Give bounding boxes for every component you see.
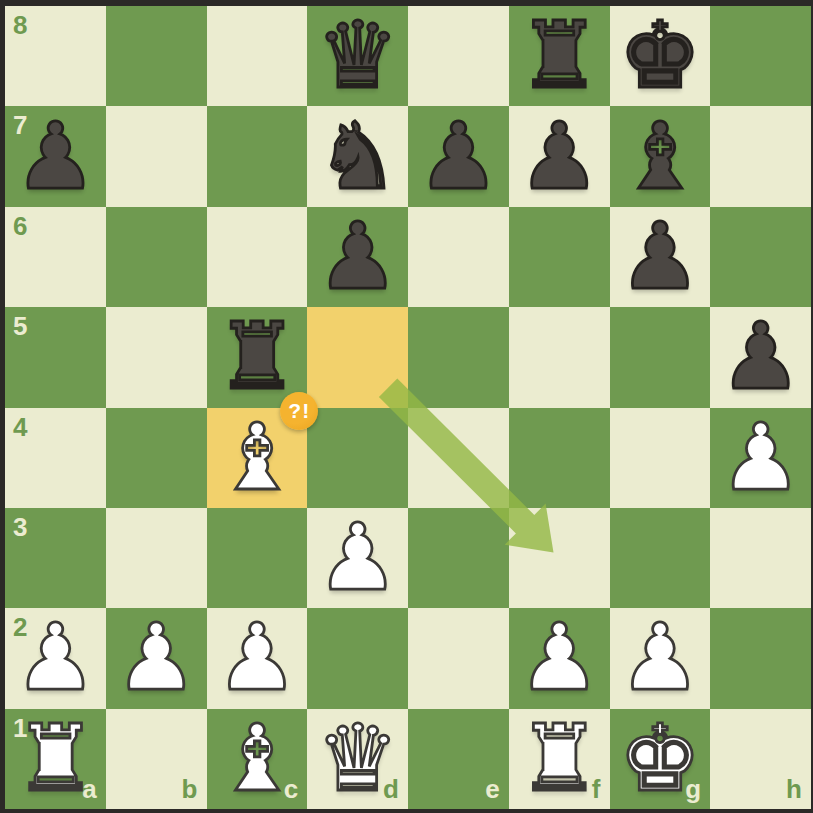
square-g2[interactable]: ♟	[610, 608, 711, 708]
square-d8[interactable]: ♛	[307, 6, 408, 106]
square-e8[interactable]	[408, 6, 509, 106]
square-h3[interactable]	[710, 508, 811, 608]
square-a7[interactable]: 7♟	[5, 106, 106, 206]
square-d1[interactable]: d♛	[307, 709, 408, 809]
square-c7[interactable]	[207, 106, 308, 206]
square-d5[interactable]	[307, 307, 408, 407]
square-c6[interactable]	[207, 207, 308, 307]
black-pawn-e7[interactable]: ♟	[408, 106, 509, 206]
rank-label-4: 4	[13, 414, 27, 440]
square-e5[interactable]	[408, 307, 509, 407]
square-b4[interactable]	[106, 408, 207, 508]
white-pawn-h4[interactable]: ♟	[710, 408, 811, 508]
white-pawn-a2[interactable]: ♟	[5, 608, 106, 708]
square-h6[interactable]	[710, 207, 811, 307]
square-e4[interactable]	[408, 408, 509, 508]
white-king-g1[interactable]: ♚	[610, 709, 711, 809]
square-b3[interactable]	[106, 508, 207, 608]
file-label-h: h	[786, 776, 802, 802]
square-h8[interactable]	[710, 6, 811, 106]
white-pawn-c2[interactable]: ♟	[207, 608, 308, 708]
square-f1[interactable]: f♜	[509, 709, 610, 809]
square-a8[interactable]: 8	[5, 6, 106, 106]
move-classification-badge inaccuracy-badge: ?!	[280, 392, 318, 430]
square-f3[interactable]	[509, 508, 610, 608]
square-f8[interactable]: ♜	[509, 6, 610, 106]
square-a5[interactable]: 5	[5, 307, 106, 407]
square-d7[interactable]: ♞	[307, 106, 408, 206]
square-a6[interactable]: 6	[5, 207, 106, 307]
square-d3[interactable]: ♟	[307, 508, 408, 608]
white-bishop-c1[interactable]: ♝	[207, 709, 308, 809]
white-pawn-f2[interactable]: ♟	[509, 608, 610, 708]
square-g1[interactable]: g♚	[610, 709, 711, 809]
black-bishop-g7[interactable]: ♝	[610, 106, 711, 206]
black-pawn-d6[interactable]: ♟	[307, 207, 408, 307]
white-rook-a1[interactable]: ♜	[5, 709, 106, 809]
square-a4[interactable]: 4	[5, 408, 106, 508]
rank-label-8: 8	[13, 12, 27, 38]
square-b8[interactable]	[106, 6, 207, 106]
chess-app-background: { "game": { "name": "chess", "board_them…	[0, 0, 813, 813]
square-e1[interactable]: e	[408, 709, 509, 809]
square-c3[interactable]	[207, 508, 308, 608]
square-b1[interactable]: b	[106, 709, 207, 809]
square-d4[interactable]	[307, 408, 408, 508]
white-pawn-g2[interactable]: ♟	[610, 608, 711, 708]
black-queen-d8[interactable]: ♛	[307, 6, 408, 106]
black-pawn-g6[interactable]: ♟	[610, 207, 711, 307]
black-pawn-a7[interactable]: ♟	[5, 106, 106, 206]
black-king-g8[interactable]: ♚	[610, 6, 711, 106]
square-d2[interactable]	[307, 608, 408, 708]
chess-board[interactable]: 8♛♜♚7♟♞♟♟♝6♟♟5♜♟4♝♟3♟2♟♟♟♟♟1a♜bc♝d♛ef♜g♚…	[5, 6, 811, 809]
square-e7[interactable]: ♟	[408, 106, 509, 206]
file-label-e: e	[485, 776, 499, 802]
file-label-b: b	[182, 776, 198, 802]
square-g5[interactable]	[610, 307, 711, 407]
square-e3[interactable]	[408, 508, 509, 608]
black-knight-d7[interactable]: ♞	[307, 106, 408, 206]
square-f5[interactable]	[509, 307, 610, 407]
square-f6[interactable]	[509, 207, 610, 307]
square-f4[interactable]	[509, 408, 610, 508]
square-h5[interactable]: ♟	[710, 307, 811, 407]
black-pawn-f7[interactable]: ♟	[509, 106, 610, 206]
rank-label-5: 5	[13, 313, 27, 339]
black-pawn-h5[interactable]: ♟	[710, 307, 811, 407]
square-b5[interactable]	[106, 307, 207, 407]
square-e6[interactable]	[408, 207, 509, 307]
square-g8[interactable]: ♚	[610, 6, 711, 106]
square-c1[interactable]: c♝	[207, 709, 308, 809]
square-g3[interactable]	[610, 508, 711, 608]
square-b2[interactable]: ♟	[106, 608, 207, 708]
rank-label-6: 6	[13, 213, 27, 239]
white-rook-f1[interactable]: ♜	[509, 709, 610, 809]
square-g6[interactable]: ♟	[610, 207, 711, 307]
square-f7[interactable]: ♟	[509, 106, 610, 206]
square-a1[interactable]: 1a♜	[5, 709, 106, 809]
square-b7[interactable]	[106, 106, 207, 206]
square-a2[interactable]: 2♟	[5, 608, 106, 708]
square-a3[interactable]: 3	[5, 508, 106, 608]
square-h2[interactable]	[710, 608, 811, 708]
white-queen-d1[interactable]: ♛	[307, 709, 408, 809]
white-pawn-b2[interactable]: ♟	[106, 608, 207, 708]
square-d6[interactable]: ♟	[307, 207, 408, 307]
square-h7[interactable]	[710, 106, 811, 206]
square-c8[interactable]	[207, 6, 308, 106]
rank-label-3: 3	[13, 514, 27, 540]
square-c2[interactable]: ♟	[207, 608, 308, 708]
black-rook-f8[interactable]: ♜	[509, 6, 610, 106]
square-f2[interactable]: ♟	[509, 608, 610, 708]
square-g4[interactable]	[610, 408, 711, 508]
square-e2[interactable]	[408, 608, 509, 708]
square-b6[interactable]	[106, 207, 207, 307]
white-pawn-d3[interactable]: ♟	[307, 508, 408, 608]
square-h1[interactable]: h	[710, 709, 811, 809]
square-h4[interactable]: ♟	[710, 408, 811, 508]
square-g7[interactable]: ♝	[610, 106, 711, 206]
